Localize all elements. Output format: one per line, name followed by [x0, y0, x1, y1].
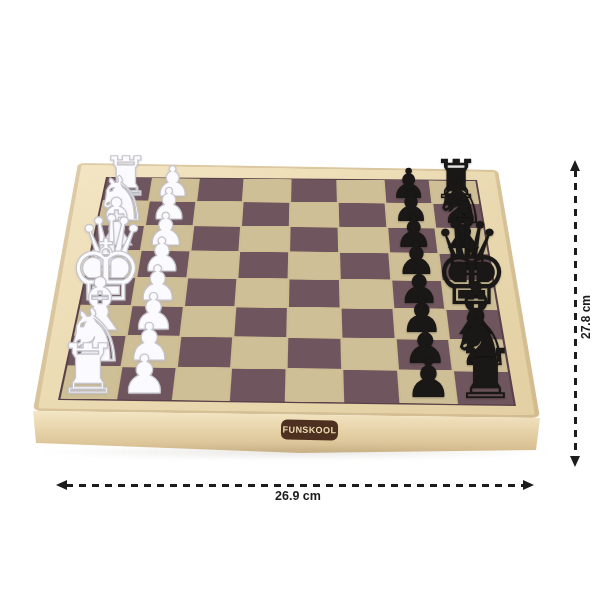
board-square — [177, 337, 232, 368]
board-square — [103, 178, 152, 201]
board-square — [443, 281, 497, 309]
board-square — [290, 253, 339, 279]
brand-badge-label: FUNSKOOL — [283, 425, 337, 436]
arrow-left-icon — [56, 480, 67, 490]
board-square — [87, 251, 140, 277]
brand-badge: FUNSKOOL — [281, 420, 338, 441]
dimension-width-label: 26.9 cm — [266, 489, 330, 503]
board-square — [235, 307, 287, 336]
board-square — [289, 279, 339, 307]
board-square — [68, 335, 126, 366]
board-square — [146, 201, 195, 225]
board-square — [142, 226, 192, 251]
board-square — [290, 227, 338, 252]
board-square — [343, 370, 399, 403]
board-square — [431, 181, 480, 204]
board-square — [447, 310, 503, 340]
board-square — [386, 203, 435, 227]
board-square — [92, 225, 143, 250]
board-shadow — [40, 444, 550, 460]
board-square — [81, 277, 135, 305]
board-square — [390, 254, 441, 280]
dimension-height-label: 27.8 cm — [579, 287, 593, 347]
board-square — [450, 340, 507, 371]
board-square — [230, 369, 285, 402]
board-square — [240, 227, 288, 252]
board-square — [239, 252, 289, 278]
board-square — [181, 307, 235, 336]
board-square — [185, 278, 237, 306]
chessboard-grid — [58, 177, 516, 406]
arrow-down-icon — [570, 456, 580, 467]
board-square — [288, 308, 340, 337]
board-square — [191, 226, 240, 251]
arrow-right-icon — [523, 480, 534, 490]
board-square — [394, 309, 448, 338]
board-square — [384, 180, 431, 203]
arrow-up-icon — [570, 160, 580, 171]
board-square — [388, 228, 438, 253]
dimension-height-line — [574, 170, 577, 458]
board-square — [341, 280, 392, 308]
board-square — [399, 371, 456, 404]
board-square — [128, 306, 183, 335]
board-square — [440, 254, 493, 281]
board-square — [98, 201, 148, 225]
board-square — [341, 308, 394, 337]
product-photo: FUNSKOOL ♜♟♟♜♞♟♟♞♝♟♟♝♛♟♟♛♚♟♟♚♝♟♟♝♞♟♟♞♜♟♟… — [0, 0, 600, 600]
board-square — [188, 252, 239, 278]
board-square — [122, 336, 178, 367]
board-square — [340, 253, 390, 279]
board-square — [434, 204, 484, 228]
board-square — [338, 180, 384, 203]
board-square — [288, 338, 341, 369]
board-square — [291, 179, 336, 202]
board-square — [60, 367, 120, 400]
board-square — [197, 179, 244, 202]
board-square — [150, 178, 198, 201]
board-square — [137, 251, 189, 277]
board-square — [232, 337, 286, 368]
board-square — [74, 306, 130, 335]
board-square — [338, 203, 385, 227]
board-square — [132, 278, 185, 306]
board-square — [117, 367, 175, 400]
dimension-width-line — [66, 484, 524, 487]
board-square — [287, 369, 342, 402]
board-square — [454, 372, 513, 405]
board-square — [244, 179, 290, 202]
board-square — [291, 203, 338, 227]
board-square — [242, 202, 289, 226]
board-square — [392, 281, 445, 309]
board-square — [339, 227, 388, 252]
board-square — [437, 228, 488, 253]
board-square — [237, 279, 288, 307]
board-square — [342, 338, 396, 369]
board-square — [194, 202, 242, 226]
board-square — [396, 339, 452, 370]
board-square — [173, 368, 230, 401]
